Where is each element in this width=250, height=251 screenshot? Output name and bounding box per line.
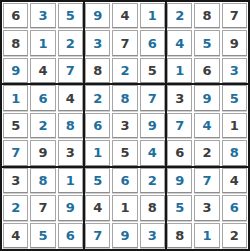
cell-r3c4[interactable]: 8 [85,58,110,83]
cell-r8c4[interactable]: 4 [85,195,110,220]
cell-r5c9[interactable]: 1 [222,113,247,138]
cell-r8c8[interactable]: 3 [194,195,219,220]
cell-r3c3[interactable]: 7 [58,58,83,83]
cell-r8c1[interactable]: 2 [3,195,28,220]
cell-r3c5[interactable]: 2 [112,58,137,83]
cell-r9c7[interactable]: 8 [167,223,192,248]
cell-r2c8[interactable]: 5 [194,30,219,55]
cell-r2c3[interactable]: 2 [58,30,83,55]
box-divider-vertical-2 [165,2,167,249]
cell-r3c1[interactable]: 9 [3,58,28,83]
cell-r7c6[interactable]: 2 [140,168,165,193]
cell-r5c1[interactable]: 5 [3,113,28,138]
cell-r2c1[interactable]: 8 [3,30,28,55]
cell-r2c7[interactable]: 4 [167,30,192,55]
cell-r1c2[interactable]: 3 [30,3,55,28]
cell-r1c3[interactable]: 5 [58,3,83,28]
cell-r5c5[interactable]: 3 [112,113,137,138]
cell-r8c5[interactable]: 1 [112,195,137,220]
cell-r1c8[interactable]: 8 [194,3,219,28]
cell-r3c7[interactable]: 1 [167,58,192,83]
cell-r4c5[interactable]: 8 [112,85,137,110]
cell-r5c7[interactable]: 7 [167,113,192,138]
cell-r1c9[interactable]: 7 [222,3,247,28]
cell-r5c2[interactable]: 2 [30,113,55,138]
cell-r1c6[interactable]: 1 [140,3,165,28]
cell-r4c8[interactable]: 9 [194,85,219,110]
cell-r9c3[interactable]: 6 [58,223,83,248]
cell-r7c9[interactable]: 4 [222,168,247,193]
cell-r9c9[interactable]: 2 [222,223,247,248]
cell-r3c6[interactable]: 5 [140,58,165,83]
cell-r6c4[interactable]: 1 [85,140,110,165]
cell-r9c5[interactable]: 9 [112,223,137,248]
box-divider-horizontal-1 [2,83,248,85]
cell-r9c4[interactable]: 7 [85,223,110,248]
cell-r2c9[interactable]: 9 [222,30,247,55]
cell-r2c2[interactable]: 1 [30,30,55,55]
cell-r3c2[interactable]: 4 [30,58,55,83]
cell-r8c6[interactable]: 8 [140,195,165,220]
cell-r8c2[interactable]: 7 [30,195,55,220]
cell-r9c2[interactable]: 5 [30,223,55,248]
cell-r7c8[interactable]: 7 [194,168,219,193]
cell-r6c2[interactable]: 9 [30,140,55,165]
cell-r7c3[interactable]: 1 [58,168,83,193]
cell-r2c4[interactable]: 3 [85,30,110,55]
cell-r6c6[interactable]: 4 [140,140,165,165]
cell-r4c6[interactable]: 7 [140,85,165,110]
cell-r4c2[interactable]: 6 [30,85,55,110]
cell-r4c9[interactable]: 5 [222,85,247,110]
cell-r5c8[interactable]: 4 [194,113,219,138]
cell-r2c6[interactable]: 6 [140,30,165,55]
cell-r7c1[interactable]: 3 [3,168,28,193]
cell-r8c9[interactable]: 6 [222,195,247,220]
cell-r6c9[interactable]: 8 [222,140,247,165]
cell-r1c4[interactable]: 9 [85,3,110,28]
cell-r1c7[interactable]: 2 [167,3,192,28]
cell-r6c1[interactable]: 7 [3,140,28,165]
cell-r6c5[interactable]: 5 [112,140,137,165]
cell-r9c6[interactable]: 3 [140,223,165,248]
cell-r5c4[interactable]: 6 [85,113,110,138]
box-divider-vertical-1 [83,2,85,249]
cell-r6c3[interactable]: 3 [58,140,83,165]
cell-r8c7[interactable]: 5 [167,195,192,220]
cell-r7c5[interactable]: 6 [112,168,137,193]
cell-r4c1[interactable]: 1 [3,85,28,110]
cell-r2c5[interactable]: 7 [112,30,137,55]
cell-r9c8[interactable]: 1 [194,223,219,248]
cell-r4c3[interactable]: 4 [58,85,83,110]
cell-r9c1[interactable]: 4 [3,223,28,248]
cell-r5c3[interactable]: 8 [58,113,83,138]
cell-r3c8[interactable]: 6 [194,58,219,83]
cell-r7c4[interactable]: 5 [85,168,110,193]
cell-r4c7[interactable]: 3 [167,85,192,110]
cell-r7c2[interactable]: 8 [30,168,55,193]
cell-r6c7[interactable]: 6 [167,140,192,165]
box-divider-horizontal-2 [2,166,248,168]
cell-r8c3[interactable]: 9 [58,195,83,220]
cell-r1c5[interactable]: 4 [112,3,137,28]
sudoku-board: 6359412878123764599478251631642873955286… [0,0,250,251]
sudoku-grid: 6359412878123764599478251631642873955286… [2,2,248,249]
cell-r5c6[interactable]: 9 [140,113,165,138]
cell-r1c1[interactable]: 6 [3,3,28,28]
cell-r7c7[interactable]: 9 [167,168,192,193]
cell-r6c8[interactable]: 2 [194,140,219,165]
cell-r4c4[interactable]: 2 [85,85,110,110]
cell-r3c9[interactable]: 3 [222,58,247,83]
